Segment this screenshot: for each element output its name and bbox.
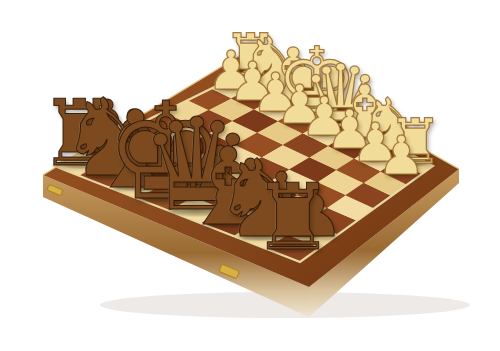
chess-set-photo: ♜♞♝♛♚♝♞♜♟♟♟♟♟♟♟♟♟♟♟♟♟♟♟♟♜♞♝♛♚♝♞♜ xyxy=(0,0,500,351)
chess-board xyxy=(0,0,500,351)
